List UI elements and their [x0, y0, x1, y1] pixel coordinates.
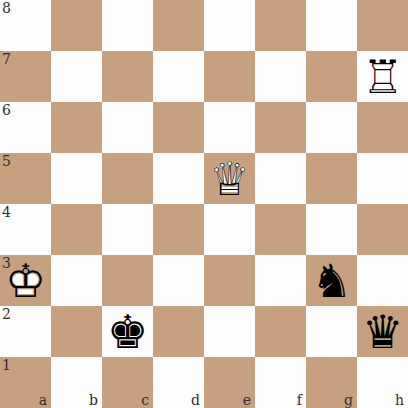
square-a1[interactable]: 1a [0, 357, 51, 408]
square-e1[interactable]: e [204, 357, 255, 408]
piece-black-king-c2[interactable]: ♚ [102, 306, 153, 357]
piece-black-queen-h2[interactable]: ♛ [357, 306, 408, 357]
square-e7[interactable] [204, 51, 255, 102]
square-f5[interactable] [255, 153, 306, 204]
square-g5[interactable] [306, 153, 357, 204]
square-e3[interactable] [204, 255, 255, 306]
square-c5[interactable] [102, 153, 153, 204]
square-a2[interactable]: 2 [0, 306, 51, 357]
file-label-a: a [39, 393, 47, 407]
square-c4[interactable] [102, 204, 153, 255]
square-h3[interactable] [357, 255, 408, 306]
rank-label-7: 7 [2, 52, 11, 66]
square-a5[interactable]: 5 [0, 153, 51, 204]
piece-black-knight-g3[interactable]: ♞ [306, 255, 357, 306]
square-a8[interactable]: 8 [0, 0, 51, 51]
piece-white-rook-h7[interactable]: ♜♖ [357, 51, 408, 102]
square-d1[interactable]: d [153, 357, 204, 408]
square-e4[interactable] [204, 204, 255, 255]
rank-label-6: 6 [2, 103, 11, 117]
square-g6[interactable] [306, 102, 357, 153]
rank-label-4: 4 [2, 205, 11, 219]
square-c3[interactable] [102, 255, 153, 306]
piece-white-king-a3[interactable]: ♚♔ [0, 255, 51, 306]
square-b8[interactable] [51, 0, 102, 51]
square-c6[interactable] [102, 102, 153, 153]
file-label-b: b [89, 393, 98, 407]
file-label-g: g [344, 393, 353, 407]
square-f6[interactable] [255, 102, 306, 153]
square-g1[interactable]: g [306, 357, 357, 408]
square-b6[interactable] [51, 102, 102, 153]
square-e5[interactable]: ♛♕ [204, 153, 255, 204]
square-g8[interactable] [306, 0, 357, 51]
rank-label-5: 5 [2, 154, 11, 168]
square-e8[interactable] [204, 0, 255, 51]
black-king-icon: ♚ [102, 306, 153, 357]
square-e2[interactable] [204, 306, 255, 357]
rank-label-2: 2 [2, 307, 11, 321]
square-a6[interactable]: 6 [0, 102, 51, 153]
square-c8[interactable] [102, 0, 153, 51]
rank-label-1: 1 [2, 358, 11, 372]
file-label-e: e [243, 393, 251, 407]
square-a4[interactable]: 4 [0, 204, 51, 255]
square-d8[interactable] [153, 0, 204, 51]
file-label-d: d [191, 393, 200, 407]
square-a3[interactable]: 3♚♔ [0, 255, 51, 306]
piece-white-queen-e5[interactable]: ♛♕ [204, 153, 255, 204]
square-g4[interactable] [306, 204, 357, 255]
square-g2[interactable] [306, 306, 357, 357]
square-g7[interactable] [306, 51, 357, 102]
square-h4[interactable] [357, 204, 408, 255]
square-b3[interactable] [51, 255, 102, 306]
square-d4[interactable] [153, 204, 204, 255]
square-e6[interactable] [204, 102, 255, 153]
square-b2[interactable] [51, 306, 102, 357]
file-label-c: c [141, 393, 149, 407]
white-queen-icon: ♕ [204, 153, 255, 204]
square-c7[interactable] [102, 51, 153, 102]
square-a7[interactable]: 7 [0, 51, 51, 102]
square-b5[interactable] [51, 153, 102, 204]
white-king-icon: ♔ [0, 255, 51, 306]
square-c2[interactable]: ♚ [102, 306, 153, 357]
square-f7[interactable] [255, 51, 306, 102]
chess-board: 87♜♖65♛♕43♚♔♞2♚♛1abcdefgh [0, 0, 408, 408]
square-d7[interactable] [153, 51, 204, 102]
square-h2[interactable]: ♛ [357, 306, 408, 357]
square-d3[interactable] [153, 255, 204, 306]
square-f3[interactable] [255, 255, 306, 306]
square-f8[interactable] [255, 0, 306, 51]
square-f1[interactable]: f [255, 357, 306, 408]
square-c1[interactable]: c [102, 357, 153, 408]
square-d2[interactable] [153, 306, 204, 357]
square-h7[interactable]: ♜♖ [357, 51, 408, 102]
white-rook-icon: ♖ [357, 51, 408, 102]
square-h6[interactable] [357, 102, 408, 153]
square-b4[interactable] [51, 204, 102, 255]
black-knight-icon: ♞ [306, 255, 357, 306]
square-g3[interactable]: ♞ [306, 255, 357, 306]
square-h8[interactable] [357, 0, 408, 51]
square-h1[interactable]: h [357, 357, 408, 408]
square-b1[interactable]: b [51, 357, 102, 408]
square-f4[interactable] [255, 204, 306, 255]
black-queen-icon: ♛ [357, 306, 408, 357]
file-label-h: h [395, 393, 404, 407]
rank-label-8: 8 [2, 1, 11, 15]
square-d6[interactable] [153, 102, 204, 153]
file-label-f: f [297, 393, 302, 407]
square-b7[interactable] [51, 51, 102, 102]
square-d5[interactable] [153, 153, 204, 204]
square-f2[interactable] [255, 306, 306, 357]
square-h5[interactable] [357, 153, 408, 204]
